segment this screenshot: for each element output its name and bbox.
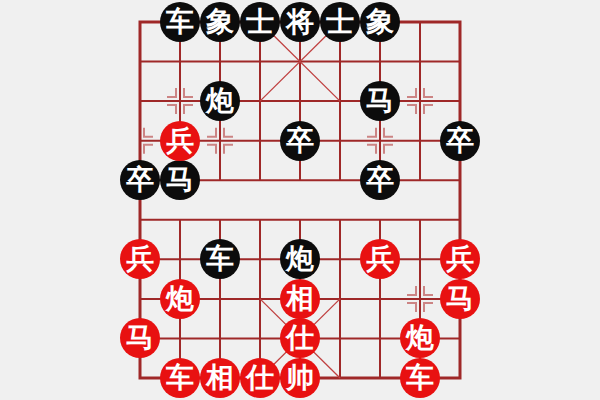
piece-black-elephant[interactable]: 象 xyxy=(360,2,400,42)
piece-black-soldier[interactable]: 卒 xyxy=(360,160,400,200)
piece-red-horse[interactable]: 马 xyxy=(120,318,160,358)
piece-red-soldier[interactable]: 兵 xyxy=(160,121,200,161)
piece-black-advisor[interactable]: 士 xyxy=(320,2,360,42)
piece-black-cannon[interactable]: 炮 xyxy=(200,81,240,121)
piece-red-cannon[interactable]: 炮 xyxy=(400,318,440,358)
piece-black-soldier[interactable]: 卒 xyxy=(120,160,160,200)
piece-black-soldier[interactable]: 卒 xyxy=(280,121,320,161)
piece-red-general[interactable]: 帅 xyxy=(280,358,320,398)
piece-black-general[interactable]: 将 xyxy=(280,2,320,42)
piece-red-chariot[interactable]: 车 xyxy=(160,358,200,398)
piece-black-advisor[interactable]: 士 xyxy=(240,2,280,42)
piece-black-chariot[interactable]: 车 xyxy=(200,239,240,279)
piece-red-soldier[interactable]: 兵 xyxy=(440,239,480,279)
piece-red-elephant[interactable]: 相 xyxy=(280,279,320,319)
piece-red-advisor[interactable]: 仕 xyxy=(280,318,320,358)
pieces-layer: 车象士将士象炮马卒卒卒马卒车炮兵兵兵兵炮相马马仕炮车相仕帅车 xyxy=(0,0,600,400)
piece-red-cannon[interactable]: 炮 xyxy=(160,279,200,319)
piece-red-chariot[interactable]: 车 xyxy=(400,358,440,398)
xiangqi-board-screenshot: 车象士将士象炮马卒卒卒马卒车炮兵兵兵兵炮相马马仕炮车相仕帅车 xyxy=(0,0,600,400)
piece-black-horse[interactable]: 马 xyxy=(360,81,400,121)
piece-black-elephant[interactable]: 象 xyxy=(200,2,240,42)
piece-red-soldier[interactable]: 兵 xyxy=(120,239,160,279)
piece-red-horse[interactable]: 马 xyxy=(440,279,480,319)
piece-black-soldier[interactable]: 卒 xyxy=(440,121,480,161)
piece-red-soldier[interactable]: 兵 xyxy=(360,239,400,279)
piece-black-chariot[interactable]: 车 xyxy=(160,2,200,42)
piece-red-elephant[interactable]: 相 xyxy=(200,358,240,398)
piece-red-advisor[interactable]: 仕 xyxy=(240,358,280,398)
piece-black-horse[interactable]: 马 xyxy=(160,160,200,200)
piece-black-cannon[interactable]: 炮 xyxy=(280,239,320,279)
